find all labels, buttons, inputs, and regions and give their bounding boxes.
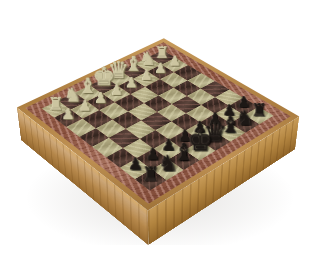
board-top-face: ♜♟♟♜♞♟♟♞♝♟♟♝♛♟♟♛♚♟♟♚♝♟♟♝♞♟♟♞♜♟♟♜: [17, 38, 299, 210]
marble-border: ♜♟♟♜♞♟♟♞♝♟♟♝♛♟♟♛♚♟♟♚♝♟♟♝♞♟♟♞♜♟♟♜: [25, 42, 290, 203]
wooden-chess-box: ♜♟♟♜♞♟♟♞♝♟♟♝♛♟♟♛♚♟♟♚♝♟♟♝♞♟♟♞♜♟♟♜: [17, 38, 299, 210]
scene: ♜♟♟♜♞♟♟♞♝♟♟♝♛♟♟♛♚♟♟♚♝♟♟♝♞♟♟♞♜♟♟♜: [0, 0, 320, 255]
square-h8: ♜: [135, 169, 167, 191]
chess-set-photo: ♜♟♟♜♞♟♟♞♝♟♟♝♛♟♟♛♚♟♟♚♝♟♟♝♞♟♟♞♜♟♟♜: [0, 0, 320, 255]
black-rook-piece: ♜: [134, 164, 167, 184]
